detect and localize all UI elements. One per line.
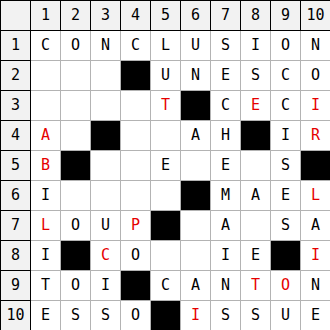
cell-r5-c5[interactable]: E (151, 151, 181, 181)
row-header-3: 3 (1, 91, 31, 121)
cell-r1-c5[interactable]: L (151, 31, 181, 61)
cell-r8-c6[interactable] (181, 241, 211, 271)
col-header-7: 7 (211, 1, 241, 31)
block-r4-c8 (241, 121, 271, 151)
cell-r10-c8[interactable]: S (241, 301, 271, 330)
cell-r1-c4[interactable]: C (121, 31, 151, 61)
cell-r1-c10[interactable]: N (301, 31, 330, 61)
row-header-6: 6 (1, 181, 31, 211)
cell-r1-c2[interactable]: O (61, 31, 91, 61)
cell-r6-c3[interactable] (91, 181, 121, 211)
cell-r4-c10[interactable]: R (301, 121, 330, 151)
cell-r10-c7[interactable]: S (211, 301, 241, 330)
cell-r1-c3[interactable]: N (91, 31, 121, 61)
block-r5-c2 (61, 151, 91, 181)
col-header-1: 1 (31, 1, 61, 31)
row-header-2: 2 (1, 61, 31, 91)
cell-r7-c8[interactable] (241, 211, 271, 241)
cell-r7-c4[interactable]: P (121, 211, 151, 241)
cell-r8-c7[interactable]: I (211, 241, 241, 271)
cell-r9-c10[interactable]: N (301, 271, 330, 301)
cell-r7-c9[interactable]: S (271, 211, 301, 241)
block-r9-c4 (121, 271, 151, 301)
row-header-10: 10 (1, 301, 31, 330)
block-r5-c10 (301, 151, 330, 181)
cell-r10-c2[interactable]: S (61, 301, 91, 330)
cell-r6-c2[interactable] (61, 181, 91, 211)
cell-r10-c1[interactable]: E (31, 301, 61, 330)
cell-r4-c6[interactable]: A (181, 121, 211, 151)
cell-r8-c10[interactable]: I (301, 241, 330, 271)
cell-r6-c5[interactable] (151, 181, 181, 211)
cell-r9-c3[interactable]: I (91, 271, 121, 301)
crossword-board: 123456789101CONCLUSION2UNESCO3TCECI4AAHI… (0, 0, 330, 330)
cell-r9-c7[interactable]: N (211, 271, 241, 301)
cell-r7-c3[interactable]: U (91, 211, 121, 241)
col-header-5: 5 (151, 1, 181, 31)
block-r3-c6 (181, 91, 211, 121)
cell-r5-c6[interactable] (181, 151, 211, 181)
cell-r8-c4[interactable]: O (121, 241, 151, 271)
corner-cell (1, 1, 31, 31)
cell-r9-c5[interactable]: C (151, 271, 181, 301)
cell-r7-c1[interactable]: L (31, 211, 61, 241)
cell-r8-c1[interactable]: I (31, 241, 61, 271)
cell-r9-c8[interactable]: T (241, 271, 271, 301)
col-header-10: 10 (301, 1, 330, 31)
cell-r6-c10[interactable]: L (301, 181, 330, 211)
cell-r3-c10[interactable]: I (301, 91, 330, 121)
block-r6-c6 (181, 181, 211, 211)
col-header-6: 6 (181, 1, 211, 31)
cell-r6-c4[interactable] (121, 181, 151, 211)
cell-r1-c9[interactable]: O (271, 31, 301, 61)
cell-r7-c7[interactable]: A (211, 211, 241, 241)
row-header-7: 7 (1, 211, 31, 241)
block-r4-c3 (91, 121, 121, 151)
cell-r10-c9[interactable]: U (271, 301, 301, 330)
cell-r2-c1[interactable] (31, 61, 61, 91)
row-header-1: 1 (1, 31, 31, 61)
cell-r3-c8[interactable]: E (241, 91, 271, 121)
cell-r2-c8[interactable]: S (241, 61, 271, 91)
cell-r6-c7[interactable]: M (211, 181, 241, 211)
cell-r3-c5[interactable]: T (151, 91, 181, 121)
col-header-9: 9 (271, 1, 301, 31)
cell-r5-c1[interactable]: B (31, 151, 61, 181)
col-header-2: 2 (61, 1, 91, 31)
cell-r6-c8[interactable]: A (241, 181, 271, 211)
cell-r5-c8[interactable] (241, 151, 271, 181)
cell-r5-c4[interactable] (121, 151, 151, 181)
row-header-9: 9 (1, 271, 31, 301)
col-header-4: 4 (121, 1, 151, 31)
cell-r2-c6[interactable]: N (181, 61, 211, 91)
cell-r5-c9[interactable]: S (271, 151, 301, 181)
cell-r1-c7[interactable]: S (211, 31, 241, 61)
cell-r5-c3[interactable] (91, 151, 121, 181)
cell-r4-c1[interactable]: A (31, 121, 61, 151)
cell-r3-c7[interactable]: C (211, 91, 241, 121)
col-header-3: 3 (91, 1, 121, 31)
cell-r1-c1[interactable]: C (31, 31, 61, 61)
cell-r1-c8[interactable]: I (241, 31, 271, 61)
cell-r9-c6[interactable]: A (181, 271, 211, 301)
cell-r3-c1[interactable] (31, 91, 61, 121)
block-r8-c2 (61, 241, 91, 271)
block-r7-c5 (151, 211, 181, 241)
cell-r2-c3[interactable] (91, 61, 121, 91)
cell-r9-c9[interactable]: O (271, 271, 301, 301)
block-r2-c4 (121, 61, 151, 91)
block-r8-c9 (271, 241, 301, 271)
cell-r2-c5[interactable]: U (151, 61, 181, 91)
cell-r10-c3[interactable]: S (91, 301, 121, 330)
cell-r8-c8[interactable]: E (241, 241, 271, 271)
cell-r7-c10[interactable]: A (301, 211, 330, 241)
cell-r8-c5[interactable] (151, 241, 181, 271)
cell-r3-c2[interactable] (61, 91, 91, 121)
cell-r3-c3[interactable] (91, 91, 121, 121)
cell-r8-c3[interactable]: C (91, 241, 121, 271)
cell-r3-c4[interactable] (121, 91, 151, 121)
cell-r4-c5[interactable] (151, 121, 181, 151)
cell-r6-c1[interactable]: I (31, 181, 61, 211)
cell-r4-c7[interactable]: H (211, 121, 241, 151)
cell-r6-c9[interactable]: E (271, 181, 301, 211)
cell-r2-c9[interactable]: C (271, 61, 301, 91)
cell-r7-c2[interactable]: O (61, 211, 91, 241)
cell-r4-c4[interactable] (121, 121, 151, 151)
col-header-8: 8 (241, 1, 271, 31)
cell-r2-c10[interactable]: O (301, 61, 330, 91)
cell-r2-c2[interactable] (61, 61, 91, 91)
cell-r7-c6[interactable] (181, 211, 211, 241)
cell-r4-c2[interactable] (61, 121, 91, 151)
cell-r10-c6[interactable]: I (181, 301, 211, 330)
block-r10-c5 (151, 301, 181, 330)
cell-r9-c2[interactable]: O (61, 271, 91, 301)
row-header-5: 5 (1, 151, 31, 181)
cell-r9-c1[interactable]: T (31, 271, 61, 301)
cell-r1-c6[interactable]: U (181, 31, 211, 61)
row-header-4: 4 (1, 121, 31, 151)
cell-r10-c4[interactable]: O (121, 301, 151, 330)
row-header-8: 8 (1, 241, 31, 271)
cell-r4-c9[interactable]: I (271, 121, 301, 151)
cell-r10-c10[interactable]: E (301, 301, 330, 330)
cell-r5-c7[interactable]: E (211, 151, 241, 181)
cell-r2-c7[interactable]: E (211, 61, 241, 91)
cell-r3-c9[interactable]: C (271, 91, 301, 121)
